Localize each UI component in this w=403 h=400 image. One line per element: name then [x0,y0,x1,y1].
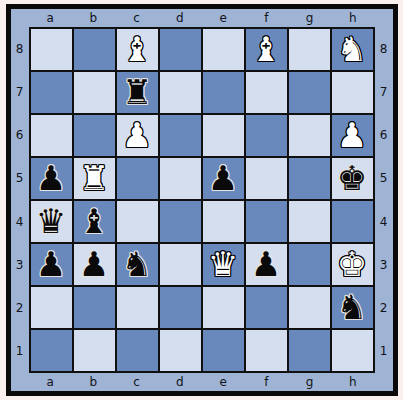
square-h8[interactable]: ♞ [332,29,373,70]
piece-white-bishop[interactable]: ♝ [122,29,152,70]
square-d6[interactable] [160,115,201,156]
square-a8[interactable] [31,29,72,70]
square-g3[interactable] [289,244,330,285]
square-d3[interactable] [160,244,201,285]
file-label-bottom-e: e [202,376,245,388]
chessboard-frame: a b c d e f g h 8 7 6 5 4 3 2 1 ♝♝♞♜♟♟♟♜… [6,4,398,396]
file-label-bottom-d: d [158,376,201,388]
square-h7[interactable] [332,72,373,113]
square-b8[interactable] [74,29,115,70]
rank-label-right-4: 4 [375,216,393,228]
piece-white-rook[interactable]: ♜ [79,158,109,199]
piece-black-queen[interactable]: ♛ [36,201,66,242]
file-labels-bottom: a b c d e f g h [29,373,375,391]
file-label-bottom-c: c [115,376,158,388]
square-d2[interactable] [160,287,201,328]
square-h3[interactable]: ♚ [332,244,373,285]
square-b2[interactable] [74,287,115,328]
file-label-top-e: e [202,12,245,24]
square-c2[interactable] [117,287,158,328]
square-f5[interactable] [246,158,287,199]
file-labels-top: a b c d e f g h [29,9,375,27]
square-c8[interactable]: ♝ [117,29,158,70]
square-f4[interactable] [246,201,287,242]
rank-label-right-7: 7 [375,86,393,98]
rank-label-right-2: 2 [375,302,393,314]
square-h6[interactable]: ♟ [332,115,373,156]
square-a3[interactable]: ♟ [31,244,72,285]
rank-label-left-5: 5 [11,172,29,184]
square-f2[interactable] [246,287,287,328]
piece-black-rook[interactable]: ♜ [122,72,152,113]
rank-label-right-6: 6 [375,129,393,141]
square-e5[interactable]: ♟ [203,158,244,199]
square-e2[interactable] [203,287,244,328]
square-e8[interactable] [203,29,244,70]
square-b3[interactable]: ♟ [74,244,115,285]
square-h4[interactable] [332,201,373,242]
square-e4[interactable] [203,201,244,242]
square-a4[interactable]: ♛ [31,201,72,242]
piece-black-pawn[interactable]: ♟ [36,244,66,285]
square-a2[interactable] [31,287,72,328]
page: a b c d e f g h 8 7 6 5 4 3 2 1 ♝♝♞♜♟♟♟♜… [0,0,403,400]
square-g6[interactable] [289,115,330,156]
file-label-top-h: h [331,12,374,24]
square-b4[interactable]: ♝ [74,201,115,242]
file-label-top-a: a [29,12,72,24]
square-g2[interactable] [289,287,330,328]
file-label-bottom-h: h [331,376,374,388]
file-label-bottom-f: f [245,376,288,388]
rank-label-left-3: 3 [11,259,29,271]
rank-label-left-1: 1 [11,345,29,357]
square-f8[interactable]: ♝ [246,29,287,70]
square-g1[interactable] [289,330,330,371]
piece-black-knight[interactable]: ♞ [337,287,367,328]
file-label-top-d: d [158,12,201,24]
piece-black-king[interactable]: ♚ [337,158,367,199]
rank-label-right-3: 3 [375,259,393,271]
square-f3[interactable]: ♟ [246,244,287,285]
square-c5[interactable] [117,158,158,199]
rank-label-right-5: 5 [375,172,393,184]
piece-black-pawn[interactable]: ♟ [79,244,109,285]
square-a6[interactable] [31,115,72,156]
piece-white-knight[interactable]: ♞ [337,29,367,70]
piece-white-queen[interactable]: ♛ [208,244,238,285]
rank-label-right-1: 1 [375,345,393,357]
square-d8[interactable] [160,29,201,70]
square-e3[interactable]: ♛ [203,244,244,285]
square-e7[interactable] [203,72,244,113]
rank-label-left-4: 4 [11,216,29,228]
square-g8[interactable] [289,29,330,70]
square-g7[interactable] [289,72,330,113]
piece-white-king[interactable]: ♚ [337,244,367,285]
square-b5[interactable]: ♜ [74,158,115,199]
file-label-top-f: f [245,12,288,24]
square-b6[interactable] [74,115,115,156]
rank-labels-right: 8 7 6 5 4 3 2 1 [375,27,393,373]
square-g5[interactable] [289,158,330,199]
square-c3[interactable]: ♞ [117,244,158,285]
square-d1[interactable] [160,330,201,371]
rank-label-left-7: 7 [11,86,29,98]
piece-white-bishop[interactable]: ♝ [251,29,281,70]
square-h5[interactable]: ♚ [332,158,373,199]
file-label-top-b: b [72,12,115,24]
piece-black-pawn[interactable]: ♟ [251,244,281,285]
square-c4[interactable] [117,201,158,242]
square-c6[interactable]: ♟ [117,115,158,156]
square-b7[interactable] [74,72,115,113]
square-c7[interactable]: ♜ [117,72,158,113]
rank-label-left-2: 2 [11,302,29,314]
square-f1[interactable] [246,330,287,371]
piece-black-bishop[interactable]: ♝ [79,201,109,242]
square-c1[interactable] [117,330,158,371]
square-h1[interactable] [332,330,373,371]
file-label-top-g: g [288,12,331,24]
rank-label-left-6: 6 [11,129,29,141]
square-h2[interactable]: ♞ [332,287,373,328]
rank-label-left-8: 8 [11,43,29,55]
square-b1[interactable] [74,330,115,371]
square-e1[interactable] [203,330,244,371]
square-d5[interactable] [160,158,201,199]
square-g4[interactable] [289,201,330,242]
piece-white-pawn[interactable]: ♟ [122,115,152,156]
piece-black-pawn[interactable]: ♟ [208,158,238,199]
rank-labels-left: 8 7 6 5 4 3 2 1 [11,27,29,373]
rank-label-right-8: 8 [375,43,393,55]
file-label-bottom-a: a [29,376,72,388]
square-f6[interactable] [246,115,287,156]
square-e6[interactable] [203,115,244,156]
piece-black-pawn[interactable]: ♟ [36,158,66,199]
square-d7[interactable] [160,72,201,113]
board: ♝♝♞♜♟♟♟♜♟♚♛♝♟♟♞♛♟♚♞ [29,27,375,373]
square-f7[interactable] [246,72,287,113]
file-label-bottom-b: b [72,376,115,388]
square-a1[interactable] [31,330,72,371]
file-label-top-c: c [115,12,158,24]
square-a7[interactable] [31,72,72,113]
piece-white-pawn[interactable]: ♟ [337,115,367,156]
file-label-bottom-g: g [288,376,331,388]
piece-black-knight[interactable]: ♞ [122,244,152,285]
square-a5[interactable]: ♟ [31,158,72,199]
square-d4[interactable] [160,201,201,242]
